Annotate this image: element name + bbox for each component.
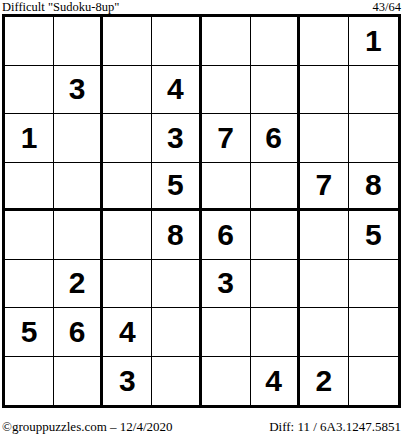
puzzle-title: Difficult "Sudoku-8up" xyxy=(2,1,119,14)
cell-r1c8[interactable]: 1 xyxy=(349,17,398,66)
cell-r6c7[interactable] xyxy=(300,260,349,309)
cell-r1c2[interactable] xyxy=(54,17,103,66)
empty-cell-counter: 43/64 xyxy=(373,1,401,14)
cell-r8c8[interactable] xyxy=(349,357,398,406)
cell-r5c3[interactable] xyxy=(103,211,152,260)
cell-r6c2[interactable]: 2 xyxy=(54,260,103,309)
copyright-text: ©grouppuzzles.com – 12/4/2020 xyxy=(2,419,173,434)
cell-r1c1[interactable] xyxy=(5,17,54,66)
cell-r4c5[interactable] xyxy=(202,163,251,212)
cell-r1c3[interactable] xyxy=(103,17,152,66)
cell-r6c5[interactable]: 3 xyxy=(202,260,251,309)
header: Difficult "Sudoku-8up" 43/64 xyxy=(0,0,403,14)
cell-r7c2[interactable]: 6 xyxy=(54,308,103,357)
cell-r2c1[interactable] xyxy=(5,66,54,115)
cell-r8c5[interactable] xyxy=(202,357,251,406)
cell-r2c7[interactable] xyxy=(300,66,349,115)
cell-r2c2[interactable]: 3 xyxy=(54,66,103,115)
cell-r8c3[interactable]: 3 xyxy=(103,357,152,406)
cell-r2c4[interactable]: 4 xyxy=(152,66,201,115)
cell-r8c1[interactable] xyxy=(5,357,54,406)
cell-r6c3[interactable] xyxy=(103,260,152,309)
cell-r3c6[interactable]: 6 xyxy=(251,114,300,163)
cell-r4c8[interactable]: 8 xyxy=(349,163,398,212)
cell-r3c2[interactable] xyxy=(54,114,103,163)
puzzle-page: Difficult "Sudoku-8up" 43/64 13413765788… xyxy=(0,0,403,437)
cell-r6c4[interactable] xyxy=(152,260,201,309)
cell-r5c5[interactable]: 6 xyxy=(202,211,251,260)
cell-r1c5[interactable] xyxy=(202,17,251,66)
cell-r2c3[interactable] xyxy=(103,66,152,115)
difficulty-text: Diff: 11 / 6A3.1247.5851 xyxy=(269,419,401,434)
cell-r7c7[interactable] xyxy=(300,308,349,357)
cell-r6c6[interactable] xyxy=(251,260,300,309)
cell-r2c6[interactable] xyxy=(251,66,300,115)
cell-r8c7[interactable]: 2 xyxy=(300,357,349,406)
cell-r3c1[interactable]: 1 xyxy=(5,114,54,163)
cell-r2c8[interactable] xyxy=(349,66,398,115)
sudoku-board: 134137657886523564342 xyxy=(2,14,401,408)
cell-r4c1[interactable] xyxy=(5,163,54,212)
cell-r8c4[interactable] xyxy=(152,357,201,406)
cell-r7c4[interactable] xyxy=(152,308,201,357)
cell-r3c3[interactable] xyxy=(103,114,152,163)
cell-r5c2[interactable] xyxy=(54,211,103,260)
cell-r7c3[interactable]: 4 xyxy=(103,308,152,357)
cell-r6c8[interactable] xyxy=(349,260,398,309)
cell-r5c7[interactable] xyxy=(300,211,349,260)
cell-r3c8[interactable] xyxy=(349,114,398,163)
cell-r3c4[interactable]: 3 xyxy=(152,114,201,163)
cell-r4c3[interactable] xyxy=(103,163,152,212)
cell-r3c7[interactable] xyxy=(300,114,349,163)
cell-r4c2[interactable] xyxy=(54,163,103,212)
cell-r5c6[interactable] xyxy=(251,211,300,260)
cell-r1c4[interactable] xyxy=(152,17,201,66)
cell-r5c1[interactable] xyxy=(5,211,54,260)
cell-r1c6[interactable] xyxy=(251,17,300,66)
cell-r8c2[interactable] xyxy=(54,357,103,406)
cell-r7c5[interactable] xyxy=(202,308,251,357)
cell-r5c8[interactable]: 5 xyxy=(349,211,398,260)
cell-r4c4[interactable]: 5 xyxy=(152,163,201,212)
cell-r4c6[interactable] xyxy=(251,163,300,212)
cell-r6c1[interactable] xyxy=(5,260,54,309)
cell-r5c4[interactable]: 8 xyxy=(152,211,201,260)
cell-r7c8[interactable] xyxy=(349,308,398,357)
cell-r2c5[interactable] xyxy=(202,66,251,115)
cell-r3c5[interactable]: 7 xyxy=(202,114,251,163)
footer: ©grouppuzzles.com – 12/4/2020 Diff: 11 /… xyxy=(0,419,403,434)
cell-r1c7[interactable] xyxy=(300,17,349,66)
cell-r8c6[interactable]: 4 xyxy=(251,357,300,406)
cell-r4c7[interactable]: 7 xyxy=(300,163,349,212)
cell-r7c1[interactable]: 5 xyxy=(5,308,54,357)
cell-r7c6[interactable] xyxy=(251,308,300,357)
